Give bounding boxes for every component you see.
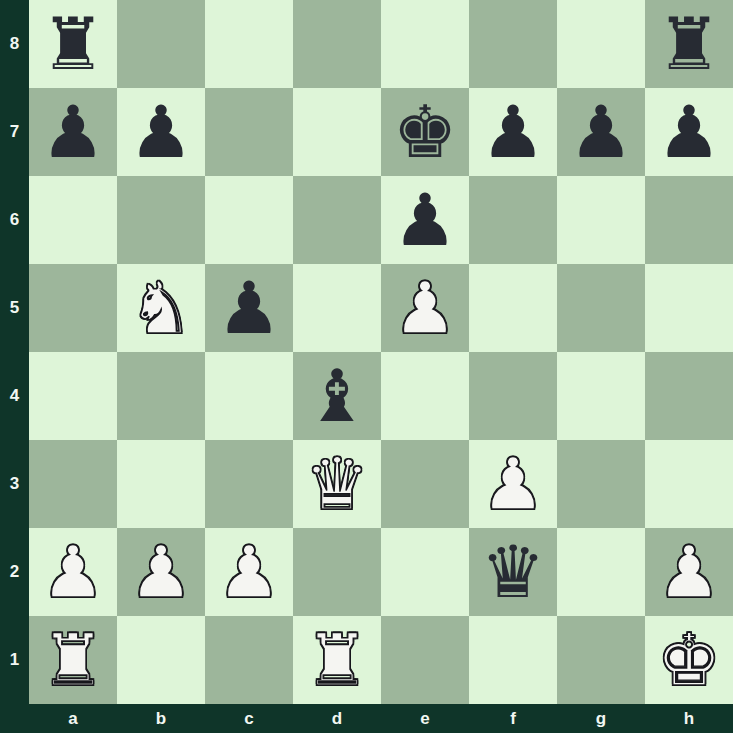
square-g7[interactable]: ♟ bbox=[557, 88, 645, 176]
square-f2[interactable]: ♛ bbox=[469, 528, 557, 616]
white-queen-icon: ♛ bbox=[305, 440, 370, 528]
square-d4[interactable]: ♝ bbox=[293, 352, 381, 440]
white-knight-icon: ♞ bbox=[129, 264, 194, 352]
square-a2[interactable]: ♟ bbox=[29, 528, 117, 616]
square-a1[interactable]: ♜ bbox=[29, 616, 117, 704]
square-e1[interactable] bbox=[381, 616, 469, 704]
board-corner bbox=[0, 704, 29, 733]
black-pawn-icon: ♟ bbox=[393, 176, 458, 264]
rank-label-6: 6 bbox=[0, 176, 29, 264]
square-c7[interactable] bbox=[205, 88, 293, 176]
square-b6[interactable] bbox=[117, 176, 205, 264]
file-label-a: a bbox=[29, 704, 117, 733]
square-h3[interactable] bbox=[645, 440, 733, 528]
square-e2[interactable] bbox=[381, 528, 469, 616]
square-b8[interactable] bbox=[117, 0, 205, 88]
square-f8[interactable] bbox=[469, 0, 557, 88]
square-d1[interactable]: ♜ bbox=[293, 616, 381, 704]
square-h6[interactable] bbox=[645, 176, 733, 264]
rank-label-4: 4 bbox=[0, 352, 29, 440]
square-g6[interactable] bbox=[557, 176, 645, 264]
square-f3[interactable]: ♟ bbox=[469, 440, 557, 528]
white-pawn-icon: ♟ bbox=[129, 528, 194, 616]
black-pawn-icon: ♟ bbox=[569, 88, 634, 176]
file-label-e: e bbox=[381, 704, 469, 733]
square-f5[interactable] bbox=[469, 264, 557, 352]
square-a6[interactable] bbox=[29, 176, 117, 264]
rank-label-2: 2 bbox=[0, 528, 29, 616]
white-king-icon: ♚ bbox=[657, 616, 722, 704]
square-c1[interactable] bbox=[205, 616, 293, 704]
white-pawn-icon: ♟ bbox=[217, 528, 282, 616]
square-f6[interactable] bbox=[469, 176, 557, 264]
rank-label-7: 7 bbox=[0, 88, 29, 176]
rank-labels: 87654321 bbox=[0, 0, 29, 704]
white-pawn-icon: ♟ bbox=[481, 440, 546, 528]
square-b5[interactable]: ♞ bbox=[117, 264, 205, 352]
file-label-b: b bbox=[117, 704, 205, 733]
black-rook-icon: ♜ bbox=[41, 0, 106, 88]
black-king-icon: ♚ bbox=[393, 88, 458, 176]
square-d7[interactable] bbox=[293, 88, 381, 176]
square-d5[interactable] bbox=[293, 264, 381, 352]
rank-label-5: 5 bbox=[0, 264, 29, 352]
square-h4[interactable] bbox=[645, 352, 733, 440]
square-e8[interactable] bbox=[381, 0, 469, 88]
square-a5[interactable] bbox=[29, 264, 117, 352]
square-f4[interactable] bbox=[469, 352, 557, 440]
chess-board-frame: 87654321 ♜♜♟♟♚♟♟♟♟♞♟♟♝♛♟♟♟♟♛♟♜♜♚ abcdefg… bbox=[0, 0, 733, 733]
square-d3[interactable]: ♛ bbox=[293, 440, 381, 528]
black-pawn-icon: ♟ bbox=[657, 88, 722, 176]
square-g1[interactable] bbox=[557, 616, 645, 704]
file-label-f: f bbox=[469, 704, 557, 733]
square-c3[interactable] bbox=[205, 440, 293, 528]
square-h2[interactable]: ♟ bbox=[645, 528, 733, 616]
square-e5[interactable]: ♟ bbox=[381, 264, 469, 352]
white-rook-icon: ♜ bbox=[305, 616, 370, 704]
rank-label-1: 1 bbox=[0, 616, 29, 704]
square-h1[interactable]: ♚ bbox=[645, 616, 733, 704]
file-label-c: c bbox=[205, 704, 293, 733]
file-label-h: h bbox=[645, 704, 733, 733]
square-c6[interactable] bbox=[205, 176, 293, 264]
square-e4[interactable] bbox=[381, 352, 469, 440]
square-f7[interactable]: ♟ bbox=[469, 88, 557, 176]
board: ♜♜♟♟♚♟♟♟♟♞♟♟♝♛♟♟♟♟♛♟♜♜♚ bbox=[29, 0, 733, 704]
square-c5[interactable]: ♟ bbox=[205, 264, 293, 352]
file-labels: abcdefgh bbox=[29, 704, 733, 733]
square-a7[interactable]: ♟ bbox=[29, 88, 117, 176]
square-d2[interactable] bbox=[293, 528, 381, 616]
square-g5[interactable] bbox=[557, 264, 645, 352]
square-e3[interactable] bbox=[381, 440, 469, 528]
square-e6[interactable]: ♟ bbox=[381, 176, 469, 264]
square-h8[interactable]: ♜ bbox=[645, 0, 733, 88]
square-g4[interactable] bbox=[557, 352, 645, 440]
rank-label-3: 3 bbox=[0, 440, 29, 528]
black-pawn-icon: ♟ bbox=[481, 88, 546, 176]
square-f1[interactable] bbox=[469, 616, 557, 704]
white-pawn-icon: ♟ bbox=[393, 264, 458, 352]
square-g3[interactable] bbox=[557, 440, 645, 528]
black-pawn-icon: ♟ bbox=[217, 264, 282, 352]
square-b2[interactable]: ♟ bbox=[117, 528, 205, 616]
square-h7[interactable]: ♟ bbox=[645, 88, 733, 176]
black-rook-icon: ♜ bbox=[657, 0, 722, 88]
white-rook-icon: ♜ bbox=[41, 616, 106, 704]
square-c8[interactable] bbox=[205, 0, 293, 88]
square-b4[interactable] bbox=[117, 352, 205, 440]
white-pawn-icon: ♟ bbox=[41, 528, 106, 616]
square-d8[interactable] bbox=[293, 0, 381, 88]
square-e7[interactable]: ♚ bbox=[381, 88, 469, 176]
square-a4[interactable] bbox=[29, 352, 117, 440]
square-b1[interactable] bbox=[117, 616, 205, 704]
square-g2[interactable] bbox=[557, 528, 645, 616]
square-b7[interactable]: ♟ bbox=[117, 88, 205, 176]
black-queen-icon: ♛ bbox=[481, 528, 546, 616]
file-label-g: g bbox=[557, 704, 645, 733]
square-a3[interactable] bbox=[29, 440, 117, 528]
black-bishop-icon: ♝ bbox=[305, 352, 370, 440]
square-a8[interactable]: ♜ bbox=[29, 0, 117, 88]
square-h5[interactable] bbox=[645, 264, 733, 352]
white-pawn-icon: ♟ bbox=[657, 528, 722, 616]
black-pawn-icon: ♟ bbox=[41, 88, 106, 176]
file-label-d: d bbox=[293, 704, 381, 733]
black-pawn-icon: ♟ bbox=[129, 88, 194, 176]
rank-label-8: 8 bbox=[0, 0, 29, 88]
square-d6[interactable] bbox=[293, 176, 381, 264]
square-g8[interactable] bbox=[557, 0, 645, 88]
square-b3[interactable] bbox=[117, 440, 205, 528]
square-c4[interactable] bbox=[205, 352, 293, 440]
square-c2[interactable]: ♟ bbox=[205, 528, 293, 616]
